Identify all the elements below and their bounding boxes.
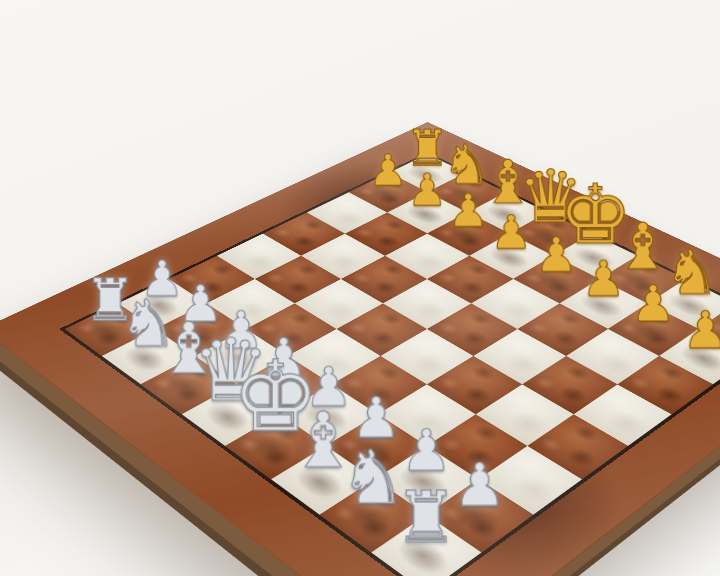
piece-black-pawn-h7: ♟ [683,305,720,356]
piece-black-pawn-b7: ♟ [407,168,447,212]
piece-black-pawn-e7: ♟ [535,231,578,279]
scene: ♜♞♝♛♚♝♞♜♟♟♟♟♟♟♟♟♟♟♟♟♟♟♟♟♜♞♝♛♚♝♞♜ [0,0,720,576]
piece-black-pawn-c7: ♟ [448,188,489,233]
piece-white-pawn-g2: ♟ [401,422,452,479]
photo-frame: ♜♞♝♛♚♝♞♜♟♟♟♟♟♟♟♟♟♟♟♟♟♟♟♟♜♞♝♛♚♝♞♜ [0,0,720,576]
piece-black-pawn-g7: ♟ [631,279,676,329]
piece-black-pawn-d7: ♟ [491,209,533,255]
chessboard-border: ♜♞♝♛♚♝♞♜♟♟♟♟♟♟♟♟♟♟♟♟♟♟♟♟♜♞♝♛♚♝♞♜ [0,122,720,576]
piece-white-pawn-h2: ♟ [453,456,506,515]
board-grid: ♜♞♝♛♚♝♞♜♟♟♟♟♟♟♟♟♟♟♟♟♟♟♟♟♜♞♝♛♚♝♞♜ [59,152,720,576]
square-h1: ♜ [371,515,481,576]
piece-black-pawn-a7: ♟ [369,149,408,192]
piece-white-rook-h1: ♜ [395,482,458,552]
piece-black-pawn-f7: ♟ [582,255,626,304]
